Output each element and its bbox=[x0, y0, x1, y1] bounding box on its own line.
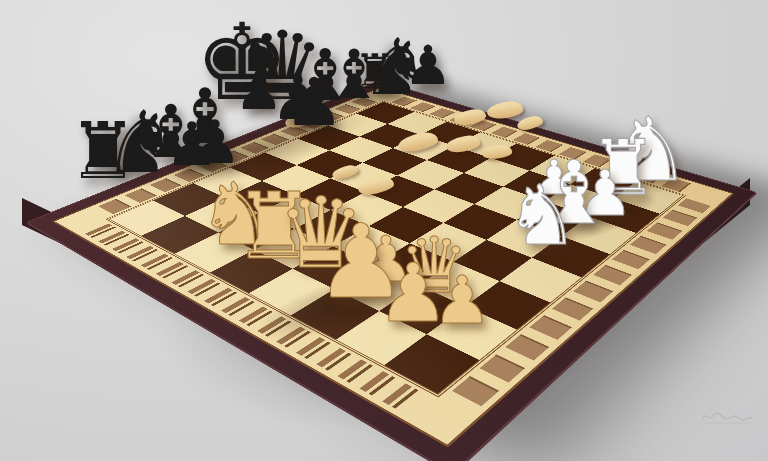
piece-black-rook: ♜ bbox=[68, 112, 138, 190]
piece-black-pawn: ♟ bbox=[404, 39, 452, 93]
piece-black-queen: ♛ bbox=[239, 19, 324, 114]
piece-black-king: ♚ bbox=[194, 10, 289, 116]
scene: ♟♜♞♝♝♛♚♟♟♟♝♝♟♟♞♜♞♟♜♟♝♞♞♜♛♟♛♟♟♟ bbox=[0, 0, 768, 461]
artist-signature bbox=[698, 406, 756, 432]
piece-black-pawn: ♟ bbox=[235, 64, 283, 118]
